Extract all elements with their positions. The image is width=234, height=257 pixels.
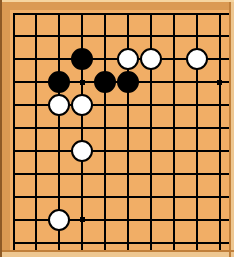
grid-line-horizontal-9 <box>13 219 232 221</box>
grid-line-vertical-7 <box>173 13 175 252</box>
frame-shadow-bottom <box>0 250 234 252</box>
frame-shadow-left <box>0 0 2 257</box>
frame-highlight-right <box>231 0 234 257</box>
star-point <box>217 80 222 85</box>
white-stone-J17[interactable] <box>186 48 208 70</box>
grid-line-vertical-0 <box>13 13 15 252</box>
grid-line-horizontal-5 <box>13 127 232 129</box>
grid-line-horizontal-6 <box>13 150 232 152</box>
white-stone-C10[interactable] <box>48 209 70 231</box>
grid-line-vertical-4 <box>104 13 106 252</box>
grid-line-horizontal-7 <box>13 173 232 175</box>
grid-line-horizontal-1 <box>13 35 232 37</box>
star-point <box>80 80 85 85</box>
go-corner-diagram <box>0 0 234 257</box>
grid-line-vertical-1 <box>35 13 37 252</box>
grid-line-horizontal-8 <box>13 196 232 198</box>
grid-line-horizontal-10 <box>13 242 232 244</box>
star-point <box>80 217 85 222</box>
grid-line-vertical-9 <box>219 13 221 252</box>
frame-highlight-top <box>0 0 234 2</box>
white-stone-D13[interactable] <box>71 140 93 162</box>
grid-line-horizontal-0 <box>13 13 232 15</box>
grid-line-horizontal-4 <box>13 104 232 106</box>
frame-highlight-bottom <box>0 252 234 257</box>
